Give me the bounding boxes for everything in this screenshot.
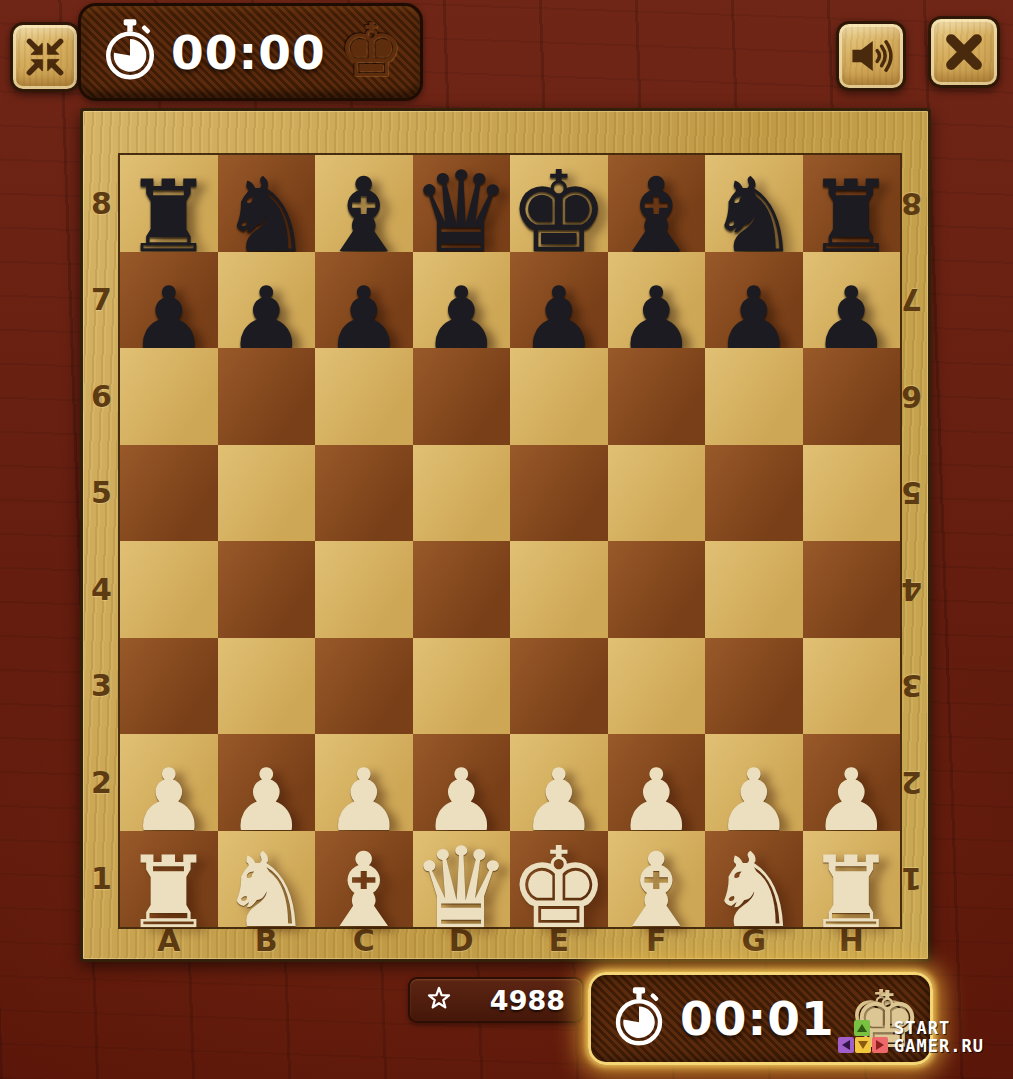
white-rook-h1[interactable]: ♜ [807, 843, 896, 942]
dpad-left-icon [838, 1037, 854, 1053]
white-bishop-f1[interactable]: ♝ [610, 839, 702, 942]
white-king-e1[interactable]: ♚ [509, 832, 609, 944]
square-h4[interactable] [803, 541, 901, 638]
star-icon [423, 982, 455, 1018]
square-d5[interactable] [413, 445, 511, 542]
white-knight-g1[interactable]: ♞ [708, 839, 800, 942]
chess-board: 87654321 87654321 ABCDEFGH ♜♞♝♛♚♝♞♜♟♟♟♟♟… [80, 108, 931, 962]
square-d7[interactable]: ♟ [413, 252, 511, 349]
coord-label-1: 1 [83, 831, 120, 928]
dpad-up-icon [854, 1020, 870, 1036]
black-king-icon: ♚ [338, 13, 404, 87]
white-queen-d1[interactable]: ♛ [411, 832, 511, 944]
watermark-text-line1: START [894, 1020, 950, 1037]
square-e1[interactable]: ♚ [510, 831, 608, 928]
square-f1[interactable]: ♝ [608, 831, 706, 928]
board-grid: ♜♞♝♛♚♝♞♜♟♟♟♟♟♟♟♟♟♟♟♟♟♟♟♟♜♞♝♛♚♝♞♜ [120, 155, 900, 927]
stopwatch-icon [101, 19, 159, 85]
close-button[interactable] [928, 16, 1000, 88]
square-c5[interactable] [315, 445, 413, 542]
square-e7[interactable]: ♟ [510, 252, 608, 349]
square-h3[interactable] [803, 638, 901, 735]
square-a5[interactable] [120, 445, 218, 542]
square-b3[interactable] [218, 638, 316, 735]
startgamer-watermark: ♚ START GAMER.RU [838, 983, 1003, 1075]
black-timer-value: 00:00 [159, 25, 338, 80]
square-d3[interactable] [413, 638, 511, 735]
black-timer-panel: 00:00 ♚ [78, 3, 423, 101]
square-e3[interactable] [510, 638, 608, 735]
square-f8[interactable]: ♝ [608, 155, 706, 252]
dpad-right-icon [872, 1037, 888, 1053]
coord-label-7: 7 [83, 252, 120, 349]
square-b8[interactable]: ♞ [218, 155, 316, 252]
dpad-down-icon [855, 1037, 871, 1053]
square-c6[interactable] [315, 348, 413, 445]
coord-label-2: 2 [83, 734, 120, 831]
square-b2[interactable]: ♟ [218, 734, 316, 831]
watermark-text-line2: GAMER.RU [894, 1038, 984, 1055]
square-d2[interactable]: ♟ [413, 734, 511, 831]
square-c2[interactable]: ♟ [315, 734, 413, 831]
square-a1[interactable]: ♜ [120, 831, 218, 928]
square-a6[interactable] [120, 348, 218, 445]
coord-label-3: 3 [83, 638, 120, 735]
score-value: 4988 [455, 985, 565, 1016]
coord-label-8: 8 [83, 155, 120, 252]
close-x-icon [942, 30, 986, 74]
square-f7[interactable]: ♟ [608, 252, 706, 349]
square-a3[interactable] [120, 638, 218, 735]
square-b5[interactable] [218, 445, 316, 542]
compress-arrows-icon [23, 35, 67, 79]
square-e5[interactable] [510, 445, 608, 542]
coord-label-4: 4 [83, 541, 120, 638]
square-e4[interactable] [510, 541, 608, 638]
square-g3[interactable] [705, 638, 803, 735]
white-knight-b1[interactable]: ♞ [220, 839, 312, 942]
square-c8[interactable]: ♝ [315, 155, 413, 252]
square-d4[interactable] [413, 541, 511, 638]
square-h1[interactable]: ♜ [803, 831, 901, 928]
square-h8[interactable]: ♜ [803, 155, 901, 252]
square-b6[interactable] [218, 348, 316, 445]
square-b1[interactable]: ♞ [218, 831, 316, 928]
sound-button[interactable] [836, 21, 906, 91]
square-g7[interactable]: ♟ [705, 252, 803, 349]
coord-label-5: 5 [83, 445, 120, 542]
square-g8[interactable]: ♞ [705, 155, 803, 252]
square-d8[interactable]: ♛ [413, 155, 511, 252]
square-a4[interactable] [120, 541, 218, 638]
square-c4[interactable] [315, 541, 413, 638]
fullscreen-button[interactable] [10, 22, 80, 92]
square-g5[interactable] [705, 445, 803, 542]
square-h7[interactable]: ♟ [803, 252, 901, 349]
square-e2[interactable]: ♟ [510, 734, 608, 831]
square-g2[interactable]: ♟ [705, 734, 803, 831]
white-bishop-c1[interactable]: ♝ [318, 839, 410, 942]
square-c1[interactable]: ♝ [315, 831, 413, 928]
square-h6[interactable] [803, 348, 901, 445]
square-e6[interactable] [510, 348, 608, 445]
white-rook-a1[interactable]: ♜ [124, 843, 213, 942]
square-h5[interactable] [803, 445, 901, 542]
square-c7[interactable]: ♟ [315, 252, 413, 349]
square-b4[interactable] [218, 541, 316, 638]
score-panel: 4988 [408, 977, 584, 1023]
square-f2[interactable]: ♟ [608, 734, 706, 831]
square-g6[interactable] [705, 348, 803, 445]
square-c3[interactable] [315, 638, 413, 735]
square-d6[interactable] [413, 348, 511, 445]
coord-label-6: 6 [83, 348, 120, 445]
rank-labels-left: 87654321 [83, 155, 120, 927]
square-a7[interactable]: ♟ [120, 252, 218, 349]
square-f4[interactable] [608, 541, 706, 638]
square-a8[interactable]: ♜ [120, 155, 218, 252]
square-e8[interactable]: ♚ [510, 155, 608, 252]
speaker-icon [848, 34, 894, 78]
stopwatch-icon [611, 987, 667, 1051]
square-d1[interactable]: ♛ [413, 831, 511, 928]
square-g1[interactable]: ♞ [705, 831, 803, 928]
square-f5[interactable] [608, 445, 706, 542]
white-timer-value: 00:01 [667, 991, 848, 1046]
square-h2[interactable]: ♟ [803, 734, 901, 831]
square-f3[interactable] [608, 638, 706, 735]
square-f6[interactable] [608, 348, 706, 445]
square-a2[interactable]: ♟ [120, 734, 218, 831]
square-b7[interactable]: ♟ [218, 252, 316, 349]
chess-game-screen: 00:00 ♚ 87654321 [0, 0, 1013, 1079]
square-g4[interactable] [705, 541, 803, 638]
